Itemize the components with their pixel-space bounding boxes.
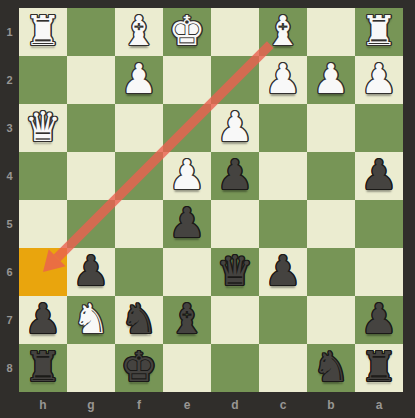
square-h4[interactable] (19, 152, 67, 200)
square-a2[interactable]: ♟ (355, 56, 403, 104)
file-label-e: e (163, 392, 211, 418)
rank-label-3: 3 (0, 104, 19, 152)
chess-board: ♜♝♚♝♜♟♟♟♟♛♟♟♟♟♟♟♛♟♟♞♞♝♟♜♚♞♜ (19, 8, 403, 392)
square-a8[interactable]: ♜ (355, 344, 403, 392)
square-e5[interactable]: ♟ (163, 200, 211, 248)
white-pawn-e4[interactable]: ♟ (169, 151, 206, 199)
black-queen-d6[interactable]: ♛ (217, 247, 254, 295)
rank-coordinates: 12345678 (0, 8, 19, 392)
square-c2[interactable]: ♟ (259, 56, 307, 104)
square-f8[interactable]: ♚ (115, 344, 163, 392)
black-knight-f7[interactable]: ♞ (121, 295, 158, 343)
chess-app-window: 12345678 ♜♝♚♝♜♟♟♟♟♛♟♟♟♟♟♟♛♟♟♞♞♝♟♜♚♞♜ hgf… (0, 0, 415, 418)
square-a6[interactable] (355, 248, 403, 296)
square-f4[interactable] (115, 152, 163, 200)
white-pawn-d3[interactable]: ♟ (217, 103, 254, 151)
square-g8[interactable] (67, 344, 115, 392)
file-label-h: h (19, 392, 67, 418)
black-pawn-c6[interactable]: ♟ (265, 247, 302, 295)
file-label-g: g (67, 392, 115, 418)
square-h5[interactable] (19, 200, 67, 248)
rank-label-8: 8 (0, 344, 19, 392)
white-pawn-a2[interactable]: ♟ (361, 55, 398, 103)
square-e6[interactable] (163, 248, 211, 296)
square-h6[interactable] (19, 248, 67, 296)
black-king-f8[interactable]: ♚ (121, 343, 158, 391)
white-bishop-c1[interactable]: ♝ (265, 7, 302, 55)
square-h8[interactable]: ♜ (19, 344, 67, 392)
file-label-b: b (307, 392, 355, 418)
square-c7[interactable] (259, 296, 307, 344)
square-a5[interactable] (355, 200, 403, 248)
square-b2[interactable]: ♟ (307, 56, 355, 104)
square-d1[interactable] (211, 8, 259, 56)
square-f7[interactable]: ♞ (115, 296, 163, 344)
black-pawn-a4[interactable]: ♟ (361, 151, 398, 199)
rank-label-6: 6 (0, 248, 19, 296)
square-f5[interactable] (115, 200, 163, 248)
square-f3[interactable] (115, 104, 163, 152)
rank-label-1: 1 (0, 8, 19, 56)
white-pawn-f2[interactable]: ♟ (121, 55, 158, 103)
file-label-f: f (115, 392, 163, 418)
square-d4[interactable]: ♟ (211, 152, 259, 200)
square-a1[interactable]: ♜ (355, 8, 403, 56)
square-e7[interactable]: ♝ (163, 296, 211, 344)
white-rook-h1[interactable]: ♜ (25, 7, 62, 55)
square-b5[interactable] (307, 200, 355, 248)
rank-label-4: 4 (0, 152, 19, 200)
file-label-a: a (355, 392, 403, 418)
black-rook-h8[interactable]: ♜ (25, 343, 62, 391)
square-b4[interactable] (307, 152, 355, 200)
square-c3[interactable] (259, 104, 307, 152)
square-a4[interactable]: ♟ (355, 152, 403, 200)
file-label-c: c (259, 392, 307, 418)
black-knight-b8[interactable]: ♞ (313, 343, 350, 391)
black-pawn-d4[interactable]: ♟ (217, 151, 254, 199)
square-d6[interactable]: ♛ (211, 248, 259, 296)
square-h3[interactable]: ♛ (19, 104, 67, 152)
file-coordinates: hgfedcba (19, 392, 403, 418)
black-rook-a8[interactable]: ♜ (361, 343, 398, 391)
square-b6[interactable] (307, 248, 355, 296)
square-h7[interactable]: ♟ (19, 296, 67, 344)
square-f6[interactable] (115, 248, 163, 296)
white-pawn-c2[interactable]: ♟ (265, 55, 302, 103)
square-c4[interactable] (259, 152, 307, 200)
square-b8[interactable]: ♞ (307, 344, 355, 392)
white-pawn-b2[interactable]: ♟ (313, 55, 350, 103)
square-d7[interactable] (211, 296, 259, 344)
black-pawn-h7[interactable]: ♟ (25, 295, 62, 343)
rank-label-7: 7 (0, 296, 19, 344)
square-e1[interactable]: ♚ (163, 8, 211, 56)
square-e8[interactable] (163, 344, 211, 392)
square-d8[interactable] (211, 344, 259, 392)
square-f1[interactable]: ♝ (115, 8, 163, 56)
white-king-e1[interactable]: ♚ (169, 7, 206, 55)
square-a7[interactable]: ♟ (355, 296, 403, 344)
square-e4[interactable]: ♟ (163, 152, 211, 200)
black-pawn-a7[interactable]: ♟ (361, 295, 398, 343)
black-pawn-g6[interactable]: ♟ (73, 247, 110, 295)
square-e2[interactable] (163, 56, 211, 104)
square-d5[interactable] (211, 200, 259, 248)
square-c8[interactable] (259, 344, 307, 392)
file-label-d: d (211, 392, 259, 418)
square-g7[interactable]: ♞ (67, 296, 115, 344)
square-b3[interactable] (307, 104, 355, 152)
square-g2[interactable] (67, 56, 115, 104)
black-bishop-e7[interactable]: ♝ (169, 295, 206, 343)
square-g4[interactable] (67, 152, 115, 200)
rank-label-5: 5 (0, 200, 19, 248)
square-g5[interactable] (67, 200, 115, 248)
square-c1[interactable]: ♝ (259, 8, 307, 56)
rank-label-2: 2 (0, 56, 19, 104)
square-g6[interactable]: ♟ (67, 248, 115, 296)
white-queen-h3[interactable]: ♛ (25, 103, 62, 151)
white-rook-a1[interactable]: ♜ (361, 7, 398, 55)
square-b1[interactable] (307, 8, 355, 56)
square-h2[interactable] (19, 56, 67, 104)
square-f2[interactable]: ♟ (115, 56, 163, 104)
white-knight-g7[interactable]: ♞ (73, 295, 110, 343)
square-g1[interactable] (67, 8, 115, 56)
square-b7[interactable] (307, 296, 355, 344)
square-c5[interactable] (259, 200, 307, 248)
square-g3[interactable] (67, 104, 115, 152)
white-bishop-f1[interactable]: ♝ (121, 7, 158, 55)
square-d2[interactable] (211, 56, 259, 104)
square-e3[interactable] (163, 104, 211, 152)
black-pawn-e5[interactable]: ♟ (169, 199, 206, 247)
square-a3[interactable] (355, 104, 403, 152)
square-h1[interactable]: ♜ (19, 8, 67, 56)
square-c6[interactable]: ♟ (259, 248, 307, 296)
square-d3[interactable]: ♟ (211, 104, 259, 152)
